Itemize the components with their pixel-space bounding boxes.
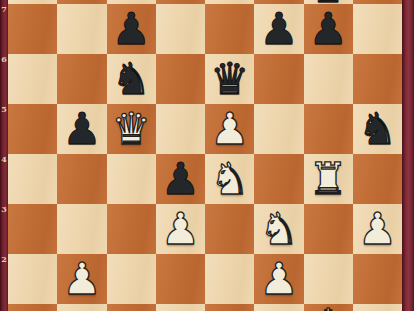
- piece-black-pawn-c7[interactable]: ♟: [107, 4, 156, 54]
- rank-label-7: 7: [0, 4, 8, 54]
- piece-black-knight-c6[interactable]: ♞: [107, 54, 156, 104]
- piece-white-pawn-e5[interactable]: ♟: [205, 104, 254, 154]
- piece-black-knight-h5[interactable]: ♞: [353, 104, 402, 154]
- piece-black-pawn-d4[interactable]: ♟: [156, 154, 205, 204]
- rank-label-5: 5: [0, 104, 8, 154]
- piece-white-knight-f3[interactable]: ♞: [254, 204, 303, 254]
- rank-label-6: 6: [0, 54, 8, 104]
- board-left-border: 7 6 5 4 3 2: [0, 0, 8, 311]
- piece-white-king-g1[interactable]: ♚: [304, 300, 353, 311]
- piece-white-rook-g4[interactable]: ♜: [304, 154, 353, 204]
- piece-white-pawn-f2[interactable]: ♟: [254, 254, 303, 304]
- piece-black-pawn-g7[interactable]: ♟: [304, 4, 353, 54]
- rank-label-3: 3: [0, 204, 8, 254]
- board-pieces-layer: ♚♟♟♟♞♛♟♛♟♞♟♞♜♟♞♟♟♟♚: [8, 0, 402, 311]
- piece-black-queen-e6[interactable]: ♛: [205, 54, 254, 104]
- piece-black-pawn-f7[interactable]: ♟: [254, 4, 303, 54]
- chess-board: ♚♟♟♟♞♛♟♛♟♞♟♞♜♟♞♟♟♟♚ 7 6 5 4 3 2: [0, 0, 414, 311]
- board-right-border: [402, 0, 414, 311]
- piece-white-pawn-d3[interactable]: ♟: [156, 204, 205, 254]
- piece-black-pawn-b5[interactable]: ♟: [57, 104, 106, 154]
- rank-label-2: 2: [0, 254, 8, 304]
- rank-label-4: 4: [0, 154, 8, 204]
- piece-white-pawn-h3[interactable]: ♟: [353, 204, 402, 254]
- piece-white-pawn-b2[interactable]: ♟: [57, 254, 106, 304]
- piece-white-knight-e4[interactable]: ♞: [205, 154, 254, 204]
- piece-white-queen-c5[interactable]: ♛: [107, 104, 156, 154]
